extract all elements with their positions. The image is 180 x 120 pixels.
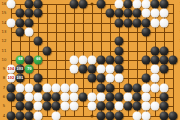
black-stone[interactable] [142,18,151,27]
green-marker-stone[interactable]: 66 [34,55,43,64]
black-stone[interactable] [124,18,133,27]
black-stone[interactable] [97,102,106,111]
white-stone[interactable] [79,55,88,64]
white-stone[interactable] [151,18,160,27]
white-stone[interactable] [151,102,160,111]
row-label-right: 14 [179,21,180,25]
black-stone[interactable] [160,102,169,111]
white-stone[interactable] [25,83,34,92]
black-stone[interactable] [160,111,169,120]
black-stone[interactable] [43,46,52,55]
black-stone[interactable] [7,93,16,102]
black-stone[interactable] [79,93,88,102]
black-stone[interactable] [106,9,115,18]
white-stone[interactable] [70,65,79,74]
white-stone[interactable] [61,102,70,111]
green-marker-stone[interactable]: 68 [16,55,25,64]
white-stone[interactable]: 102 [7,74,16,83]
white-stone[interactable] [106,74,115,83]
white-stone[interactable] [88,93,97,102]
black-stone[interactable] [160,55,169,64]
go-board[interactable]: 1616151514141313121211111010998877665544… [0,0,180,120]
black-stone[interactable] [151,0,160,9]
black-stone[interactable] [160,46,169,55]
black-stone[interactable] [97,74,106,83]
black-stone[interactable] [97,111,106,120]
star-point [91,114,94,117]
white-stone[interactable] [142,83,151,92]
row-label-right: 4 [179,114,180,118]
white-stone[interactable] [151,9,160,18]
black-stone[interactable] [97,0,106,9]
white-stone[interactable] [106,65,115,74]
row-label-left: 13 [1,30,7,34]
white-stone[interactable] [142,0,151,9]
black-stone[interactable] [169,55,178,64]
black-stone[interactable] [34,83,43,92]
white-stone[interactable] [97,65,106,74]
row-label-right: 15 [179,11,180,15]
row-label-right: 7 [179,86,180,90]
white-stone[interactable] [97,93,106,102]
white-stone[interactable] [115,0,124,9]
row-label-right: 10 [179,58,180,62]
black-stone[interactable]: 101 [16,74,25,83]
row-label-right: 16 [179,2,180,6]
black-stone[interactable] [115,55,124,64]
move-number: 102 [8,77,15,80]
row-label-right: 11 [179,49,180,53]
white-stone[interactable] [88,55,97,64]
black-stone[interactable] [7,111,16,120]
black-stone[interactable] [88,74,97,83]
black-stone[interactable] [115,9,124,18]
white-stone[interactable] [142,93,151,102]
black-stone[interactable] [25,102,34,111]
white-stone[interactable] [115,74,124,83]
black-stone[interactable] [133,83,142,92]
black-stone[interactable] [124,9,133,18]
black-stone[interactable] [88,65,97,74]
black-stone[interactable] [160,0,169,9]
black-stone[interactable] [25,18,34,27]
row-label-right: 13 [179,30,180,34]
black-stone[interactable] [79,0,88,9]
black-stone[interactable] [106,83,115,92]
black-stone[interactable] [34,37,43,46]
black-stone[interactable] [106,93,115,102]
row-label-left: 12 [1,39,7,43]
white-stone[interactable] [160,83,169,92]
black-stone[interactable] [160,65,169,74]
row-label-right: 5 [179,104,180,108]
move-number: 103 [17,67,24,70]
black-stone[interactable] [25,0,34,9]
black-stone[interactable] [115,37,124,46]
white-stone[interactable] [160,18,169,27]
black-stone[interactable] [106,55,115,64]
black-stone[interactable] [43,102,52,111]
white-stone[interactable] [25,93,34,102]
black-stone[interactable] [34,9,43,18]
white-stone[interactable] [61,83,70,92]
move-number: 66 [36,58,40,61]
white-stone[interactable] [34,102,43,111]
star-point [91,3,94,6]
black-stone[interactable] [124,0,133,9]
black-stone[interactable] [97,55,106,64]
row-label-right: 12 [179,39,180,43]
white-stone[interactable] [70,93,79,102]
black-stone[interactable] [115,18,124,27]
black-stone[interactable] [16,93,25,102]
black-stone[interactable] [16,102,25,111]
row-label-left: 10 [1,58,7,62]
white-stone[interactable] [142,111,151,120]
white-stone[interactable] [133,0,142,9]
black-stone[interactable] [142,74,151,83]
white-stone[interactable] [43,83,52,92]
move-number: 70 [27,67,31,70]
black-stone[interactable] [25,111,34,120]
black-stone[interactable] [151,55,160,64]
black-stone[interactable] [16,18,25,27]
black-stone[interactable] [7,83,16,92]
black-stone[interactable] [16,9,25,18]
row-label-left: 5 [1,104,7,108]
white-stone[interactable] [124,93,133,102]
row-label-right: 8 [179,76,180,80]
black-stone[interactable] [79,65,88,74]
black-stone[interactable] [160,93,169,102]
black-stone[interactable] [133,18,142,27]
white-stone[interactable] [52,111,61,120]
white-stone[interactable] [16,83,25,92]
black-stone[interactable] [124,102,133,111]
white-stone[interactable] [7,18,16,27]
white-stone[interactable] [7,0,16,9]
black-stone[interactable] [169,111,178,120]
white-stone[interactable] [61,93,70,102]
move-number: 101 [17,77,24,80]
row-label-left: 11 [1,49,7,53]
black-stone[interactable]: 103 [16,65,25,74]
black-stone[interactable] [133,9,142,18]
white-stone[interactable] [142,102,151,111]
black-stone[interactable] [115,93,124,102]
white-stone[interactable] [160,9,169,18]
black-stone[interactable] [25,9,34,18]
black-stone[interactable] [34,0,43,9]
move-number: 104 [8,67,15,70]
black-stone[interactable] [106,102,115,111]
move-number: 68 [18,58,22,61]
white-stone[interactable] [115,102,124,111]
white-stone[interactable] [34,93,43,102]
black-stone[interactable] [97,83,106,92]
black-stone[interactable] [124,83,133,92]
row-label-left: 15 [1,11,7,15]
white-stone[interactable] [88,102,97,111]
white-stone[interactable] [151,83,160,92]
black-stone[interactable] [34,74,43,83]
white-stone[interactable]: 104 [7,65,16,74]
white-stone[interactable] [151,65,160,74]
white-stone[interactable] [70,55,79,64]
green-marker-stone[interactable]: 70 [25,65,34,74]
white-stone[interactable] [70,102,79,111]
black-stone[interactable] [43,93,52,102]
black-stone[interactable] [70,0,79,9]
black-stone[interactable] [52,102,61,111]
black-stone[interactable] [16,111,25,120]
white-stone[interactable] [70,83,79,92]
black-stone[interactable] [142,27,151,36]
white-stone[interactable] [52,83,61,92]
grid-line-horizontal [11,51,173,52]
black-stone[interactable] [115,111,124,120]
white-stone[interactable] [151,74,160,83]
black-stone[interactable] [25,55,34,64]
black-stone[interactable] [52,93,61,102]
white-stone[interactable] [133,111,142,120]
black-stone[interactable] [133,102,142,111]
black-stone[interactable] [115,65,124,74]
black-stone[interactable] [142,55,151,64]
white-stone[interactable] [25,27,34,36]
black-stone[interactable] [115,46,124,55]
white-stone[interactable] [34,111,43,120]
black-stone[interactable] [151,46,160,55]
black-stone[interactable] [133,93,142,102]
row-label-right: 6 [179,95,180,99]
row-label-right: 9 [179,67,180,71]
black-stone[interactable] [106,111,115,120]
white-stone[interactable] [142,9,151,18]
black-stone[interactable] [16,27,25,36]
